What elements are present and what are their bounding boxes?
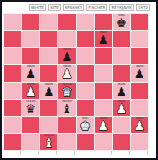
piece-microlabel: PAWN	[113, 83, 130, 86]
board-bottom-gridline-ticks	[3, 151, 149, 155]
square-f2[interactable]: PAWN♟	[95, 117, 112, 133]
square-a6[interactable]	[4, 48, 21, 64]
square-g8[interactable]: KING♚	[113, 14, 130, 30]
square-f5[interactable]	[95, 65, 112, 81]
square-d1[interactable]	[58, 134, 75, 150]
square-h8[interactable]	[131, 14, 148, 30]
square-h2[interactable]: PAWN♟	[131, 117, 148, 133]
square-a8[interactable]	[4, 14, 21, 30]
piece-microlabel: PAWN	[22, 83, 39, 86]
square-c5[interactable]	[40, 65, 57, 81]
square-d5[interactable]: PAWN♟	[58, 65, 75, 81]
square-g1[interactable]	[113, 134, 130, 150]
square-a7[interactable]	[4, 31, 21, 47]
square-h3[interactable]	[131, 100, 148, 116]
square-a4[interactable]	[4, 83, 21, 99]
square-b1[interactable]	[22, 134, 39, 150]
piece-white-bishop[interactable]: ♝	[43, 137, 54, 149]
square-g4[interactable]: PAWN♟	[113, 83, 130, 99]
piece-black-pawn[interactable]: ♟	[134, 68, 145, 80]
square-d6[interactable]: PAWN♟	[58, 48, 75, 64]
square-c1[interactable]: BISHOP♝	[40, 134, 57, 150]
square-a3[interactable]	[4, 100, 21, 116]
square-d8[interactable]	[58, 14, 75, 30]
piece-black-bishop[interactable]: ♝	[62, 103, 73, 115]
square-e5[interactable]	[77, 65, 94, 81]
piece-black-king[interactable]: ♚	[116, 17, 127, 29]
square-g7[interactable]	[113, 31, 130, 47]
square-b5[interactable]: PAWN♟	[22, 65, 39, 81]
square-h7[interactable]	[131, 31, 148, 47]
square-h6[interactable]	[131, 48, 148, 64]
piece-black-pawn[interactable]: ♟	[116, 86, 127, 98]
header-cell-white: WHITE	[29, 4, 46, 11]
piece-microlabel: PAWN	[58, 48, 75, 51]
piece-microlabel: PAWN	[131, 65, 148, 68]
piece-microlabel: PAWN	[22, 65, 39, 68]
piece-microlabel: QUEEN	[22, 100, 39, 103]
square-c6[interactable]	[40, 48, 57, 64]
square-b7[interactable]	[22, 31, 39, 47]
square-h1[interactable]	[131, 134, 148, 150]
piece-microlabel: BISHOP	[40, 134, 57, 137]
piece-white-pawn[interactable]: ♟	[62, 68, 73, 80]
square-f3[interactable]	[95, 100, 112, 116]
piece-white-queen[interactable]: ♛	[62, 86, 73, 98]
piece-white-pawn[interactable]: ♟	[134, 120, 145, 132]
piece-microlabel: PAWN	[95, 31, 112, 34]
square-c7[interactable]	[40, 31, 57, 47]
piece-microlabel: PAWN	[40, 83, 57, 86]
piece-microlabel: PAWN	[58, 65, 75, 68]
piece-black-queen[interactable]: ♛	[25, 103, 36, 115]
piece-white-pawn[interactable]: ♟	[116, 103, 127, 115]
header-cell-fischer: FISCHER	[86, 4, 107, 11]
square-b8[interactable]	[22, 14, 39, 30]
piece-white-pawn[interactable]: ♟	[25, 86, 36, 98]
square-c3[interactable]	[40, 100, 57, 116]
square-e3[interactable]	[77, 100, 94, 116]
piece-white-king[interactable]: ♚	[80, 120, 91, 132]
piece-microlabel: KING	[113, 14, 130, 17]
piece-black-pawn[interactable]: ♟	[43, 86, 54, 98]
square-b6[interactable]	[22, 48, 39, 64]
square-e2[interactable]: KING♚	[77, 117, 94, 133]
square-c2[interactable]	[40, 117, 57, 133]
game-info-header: WHITESITESPASSKYFISCHERREYKJAVIK1972	[2, 2, 156, 13]
piece-black-pawn[interactable]: ♟	[25, 68, 36, 80]
page-background: WHITESITESPASSKYFISCHERREYKJAVIK1972 KIN…	[2, 2, 156, 158]
piece-microlabel: BISHOP	[58, 100, 75, 103]
piece-microlabel: PAWN	[113, 100, 130, 103]
piece-microlabel: PAWN	[95, 117, 112, 120]
square-f4[interactable]	[95, 83, 112, 99]
square-b4[interactable]: PAWN♟	[22, 83, 39, 99]
square-d2[interactable]	[58, 117, 75, 133]
square-c4[interactable]: PAWN♟	[40, 83, 57, 99]
piece-white-pawn[interactable]: ♟	[98, 120, 109, 132]
square-g3[interactable]: PAWN♟	[113, 100, 130, 116]
square-a1[interactable]	[4, 134, 21, 150]
square-h5[interactable]: PAWN♟	[131, 65, 148, 81]
square-b2[interactable]	[22, 117, 39, 133]
square-f6[interactable]	[95, 48, 112, 64]
square-d3[interactable]: BISHOP♝	[58, 100, 75, 116]
window-frame: WHITESITESPASSKYFISCHERREYKJAVIK1972 KIN…	[0, 0, 158, 160]
square-f1[interactable]	[95, 134, 112, 150]
header-cell-reykjavik: REYKJAVIK	[109, 4, 134, 11]
square-e8[interactable]	[77, 14, 94, 30]
header-cell-site: SITE	[48, 4, 61, 11]
square-g6[interactable]	[113, 48, 130, 64]
square-d7[interactable]	[58, 31, 75, 47]
square-d4[interactable]: QUEEN♛	[58, 83, 75, 99]
square-e4[interactable]	[77, 83, 94, 99]
square-a2[interactable]	[4, 117, 21, 133]
piece-microlabel: PAWN	[131, 117, 148, 120]
square-c8[interactable]	[40, 14, 57, 30]
square-e7[interactable]	[77, 31, 94, 47]
piece-microlabel: KING	[77, 117, 94, 120]
header-cell-1972: 1972	[136, 4, 150, 11]
square-e6[interactable]	[77, 48, 94, 64]
square-f7[interactable]: PAWN♟	[95, 31, 112, 47]
square-b3[interactable]: QUEEN♛	[22, 100, 39, 116]
square-e1[interactable]	[77, 134, 94, 150]
square-a5[interactable]	[4, 65, 21, 81]
square-g2[interactable]	[113, 117, 130, 133]
square-f8[interactable]	[95, 14, 112, 30]
piece-black-pawn[interactable]: ♟	[98, 34, 109, 46]
piece-microlabel: QUEEN	[58, 83, 75, 86]
chess-board: KING♚PAWN♟PAWN♟PAWN♟PAWN♟PAWN♟PAWN♟PAWN♟…	[3, 13, 149, 151]
square-h4[interactable]	[131, 83, 148, 99]
header-cell-spassky: SPASSKY	[63, 4, 84, 11]
piece-black-pawn[interactable]: ♟	[62, 51, 73, 63]
square-g5[interactable]	[113, 65, 130, 81]
